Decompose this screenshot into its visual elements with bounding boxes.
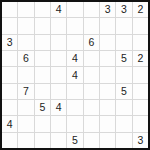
cell-r2c1[interactable]	[2, 18, 17, 33]
cell-r4c6[interactable]	[84, 51, 99, 66]
cell-r7c5[interactable]	[67, 100, 82, 115]
cell-r5c5[interactable]: 4	[67, 67, 82, 82]
cell-r4c3[interactable]	[35, 51, 50, 66]
cell-r9c2[interactable]	[18, 133, 33, 148]
cell-r3c1[interactable]: 3	[2, 35, 17, 50]
cell-r8c1[interactable]: 4	[2, 116, 17, 131]
cell-r1c6[interactable]	[84, 2, 99, 17]
cell-r7c7[interactable]	[100, 100, 115, 115]
cell-r4c7[interactable]	[100, 51, 115, 66]
cell-r3c7[interactable]	[100, 35, 115, 50]
cell-r5c7[interactable]	[100, 67, 115, 82]
cell-r8c4[interactable]	[51, 116, 66, 131]
cell-r7c6[interactable]	[84, 100, 99, 115]
cell-r5c9[interactable]	[133, 67, 148, 82]
cell-r5c2[interactable]	[18, 67, 33, 82]
cell-r7c8[interactable]	[116, 100, 131, 115]
cell-r9c7[interactable]	[100, 133, 115, 148]
cell-r2c2[interactable]	[18, 18, 33, 33]
cell-r2c5[interactable]	[67, 18, 82, 33]
cell-r7c9[interactable]	[133, 100, 148, 115]
cell-r6c7[interactable]	[100, 84, 115, 99]
cell-r9c3[interactable]	[35, 133, 50, 148]
cell-r6c8[interactable]: 5	[116, 84, 131, 99]
puzzle-grid: 433236645247554453	[0, 0, 150, 150]
cell-r9c6[interactable]	[84, 133, 99, 148]
cell-r8c2[interactable]	[18, 116, 33, 131]
cell-r9c8[interactable]	[116, 133, 131, 148]
cell-r5c1[interactable]	[2, 67, 17, 82]
cell-r1c2[interactable]	[18, 2, 33, 17]
cell-r5c4[interactable]	[51, 67, 66, 82]
cell-r9c4[interactable]	[51, 133, 66, 148]
cell-r9c9[interactable]: 3	[133, 133, 148, 148]
cell-r6c1[interactable]	[2, 84, 17, 99]
cell-r6c3[interactable]	[35, 84, 50, 99]
cell-r6c4[interactable]	[51, 84, 66, 99]
cell-r8c9[interactable]	[133, 116, 148, 131]
cell-r8c8[interactable]	[116, 116, 131, 131]
cell-r7c1[interactable]	[2, 100, 17, 115]
cell-r4c8[interactable]: 5	[116, 51, 131, 66]
cell-r1c8[interactable]: 3	[116, 2, 131, 17]
cell-r2c8[interactable]	[116, 18, 131, 33]
cell-r2c7[interactable]	[100, 18, 115, 33]
cell-r8c5[interactable]	[67, 116, 82, 131]
cell-r4c5[interactable]: 4	[67, 51, 82, 66]
cell-r5c8[interactable]	[116, 67, 131, 82]
cell-r3c4[interactable]	[51, 35, 66, 50]
cell-r9c1[interactable]	[2, 133, 17, 148]
cell-r3c6[interactable]: 6	[84, 35, 99, 50]
cell-r1c4[interactable]: 4	[51, 2, 66, 17]
cell-r1c1[interactable]	[2, 2, 17, 17]
cell-r1c9[interactable]: 2	[133, 2, 148, 17]
cell-r3c3[interactable]	[35, 35, 50, 50]
cell-r2c3[interactable]	[35, 18, 50, 33]
cell-r1c5[interactable]	[67, 2, 82, 17]
cell-r8c3[interactable]	[35, 116, 50, 131]
cell-r1c7[interactable]: 3	[100, 2, 115, 17]
cell-r4c4[interactable]	[51, 51, 66, 66]
cell-r8c7[interactable]	[100, 116, 115, 131]
cell-r7c2[interactable]	[18, 100, 33, 115]
cell-r6c9[interactable]	[133, 84, 148, 99]
cell-r1c3[interactable]	[35, 2, 50, 17]
cell-r2c6[interactable]	[84, 18, 99, 33]
cell-r5c6[interactable]	[84, 67, 99, 82]
cell-r8c6[interactable]	[84, 116, 99, 131]
cell-r9c5[interactable]: 5	[67, 133, 82, 148]
cell-r4c1[interactable]	[2, 51, 17, 66]
cell-r3c2[interactable]	[18, 35, 33, 50]
cell-r6c5[interactable]	[67, 84, 82, 99]
cell-r3c8[interactable]	[116, 35, 131, 50]
cell-r7c3[interactable]: 5	[35, 100, 50, 115]
cell-r6c6[interactable]	[84, 84, 99, 99]
cell-r2c4[interactable]	[51, 18, 66, 33]
cell-r3c9[interactable]	[133, 35, 148, 50]
cell-r7c4[interactable]: 4	[51, 100, 66, 115]
cell-r4c2[interactable]: 6	[18, 51, 33, 66]
cell-r5c3[interactable]	[35, 67, 50, 82]
cell-r2c9[interactable]	[133, 18, 148, 33]
cell-r4c9[interactable]: 2	[133, 51, 148, 66]
cell-r3c5[interactable]	[67, 35, 82, 50]
cell-r6c2[interactable]: 7	[18, 84, 33, 99]
